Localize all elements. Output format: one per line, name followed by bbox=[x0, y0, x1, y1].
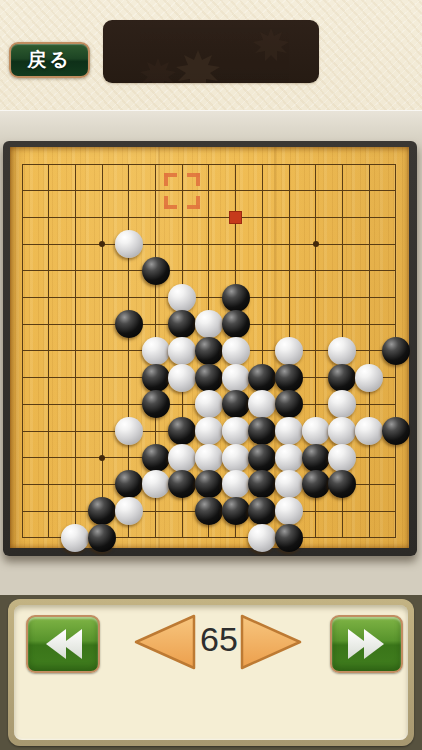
white-stone bbox=[222, 470, 250, 498]
white-stone bbox=[248, 524, 276, 552]
white-stone bbox=[222, 337, 250, 365]
white-stone bbox=[195, 444, 223, 472]
black-stone bbox=[142, 257, 170, 285]
white-stone bbox=[328, 444, 356, 472]
black-stone bbox=[168, 310, 196, 338]
white-stone bbox=[275, 470, 303, 498]
black-stone bbox=[88, 524, 116, 552]
white-stone bbox=[115, 417, 143, 445]
white-stone bbox=[195, 417, 223, 445]
white-stone bbox=[195, 310, 223, 338]
white-stone bbox=[195, 390, 223, 418]
white-stone bbox=[168, 284, 196, 312]
black-stone bbox=[115, 310, 143, 338]
board-grid[interactable] bbox=[10, 147, 409, 548]
white-stone bbox=[355, 364, 383, 392]
board-frame bbox=[3, 141, 417, 556]
black-stone bbox=[195, 497, 223, 525]
white-stone bbox=[115, 497, 143, 525]
back-button[interactable]: 戻る bbox=[9, 42, 90, 78]
previous-move-button[interactable] bbox=[131, 613, 197, 671]
white-stone bbox=[275, 337, 303, 365]
black-stone bbox=[248, 417, 276, 445]
black-stone bbox=[195, 364, 223, 392]
star-point bbox=[99, 455, 105, 461]
black-stone bbox=[248, 470, 276, 498]
white-stone bbox=[61, 524, 89, 552]
red-square-marker bbox=[229, 211, 242, 224]
black-stone bbox=[275, 364, 303, 392]
black-stone bbox=[195, 337, 223, 365]
white-stone bbox=[328, 417, 356, 445]
black-stone bbox=[328, 364, 356, 392]
black-stone bbox=[222, 310, 250, 338]
black-stone bbox=[382, 417, 410, 445]
black-stone bbox=[248, 497, 276, 525]
white-stone bbox=[275, 417, 303, 445]
black-stone bbox=[382, 337, 410, 365]
rewind-button[interactable] bbox=[26, 615, 100, 673]
black-stone bbox=[328, 470, 356, 498]
black-stone bbox=[275, 390, 303, 418]
black-stone bbox=[195, 470, 223, 498]
white-stone bbox=[222, 417, 250, 445]
black-stone bbox=[222, 497, 250, 525]
black-stone bbox=[168, 470, 196, 498]
white-stone bbox=[142, 337, 170, 365]
back-button-label: 戻る bbox=[27, 47, 71, 73]
next-move-button[interactable] bbox=[239, 613, 305, 671]
grid-line-vertical bbox=[369, 164, 370, 539]
cursor-brackets-marker bbox=[164, 173, 200, 209]
white-stone bbox=[328, 390, 356, 418]
black-stone bbox=[115, 470, 143, 498]
black-stone bbox=[248, 444, 276, 472]
black-stone bbox=[302, 444, 330, 472]
star-point bbox=[99, 241, 105, 247]
app-screen: 戻る 65 bbox=[0, 0, 422, 750]
white-stone bbox=[248, 390, 276, 418]
info-panel bbox=[103, 20, 319, 83]
black-stone bbox=[248, 364, 276, 392]
black-stone bbox=[88, 497, 116, 525]
black-stone bbox=[168, 417, 196, 445]
double-left-triangles-icon bbox=[40, 624, 86, 664]
white-stone bbox=[115, 230, 143, 258]
white-stone bbox=[142, 470, 170, 498]
black-stone bbox=[142, 390, 170, 418]
white-stone bbox=[355, 417, 383, 445]
black-stone bbox=[302, 470, 330, 498]
maple-leaf-decoration bbox=[103, 20, 319, 83]
black-stone bbox=[142, 444, 170, 472]
white-stone bbox=[275, 497, 303, 525]
white-stone bbox=[275, 444, 303, 472]
white-stone bbox=[168, 337, 196, 365]
white-stone bbox=[222, 364, 250, 392]
white-stone bbox=[168, 444, 196, 472]
white-stone bbox=[168, 364, 196, 392]
white-stone bbox=[222, 444, 250, 472]
black-stone bbox=[222, 284, 250, 312]
star-point bbox=[313, 241, 319, 247]
black-stone bbox=[142, 364, 170, 392]
black-stone bbox=[275, 524, 303, 552]
white-stone bbox=[302, 417, 330, 445]
white-stone bbox=[328, 337, 356, 365]
double-right-triangles-icon bbox=[344, 624, 390, 664]
black-stone bbox=[222, 390, 250, 418]
fast-forward-button[interactable] bbox=[330, 615, 403, 673]
